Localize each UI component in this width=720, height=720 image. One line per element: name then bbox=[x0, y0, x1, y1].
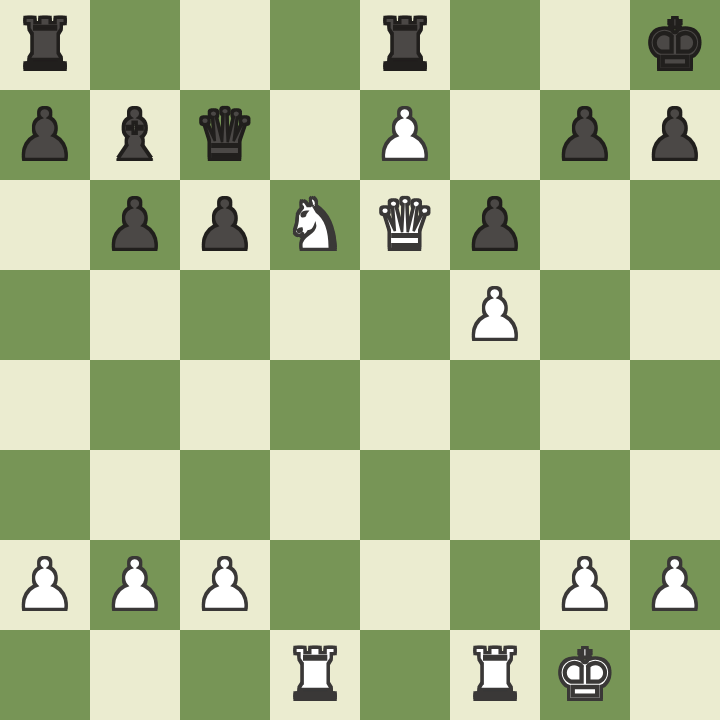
square-f8[interactable] bbox=[450, 0, 540, 90]
square-a1[interactable] bbox=[0, 630, 90, 720]
square-c1[interactable] bbox=[180, 630, 270, 720]
square-b3[interactable] bbox=[90, 450, 180, 540]
square-c3[interactable] bbox=[180, 450, 270, 540]
square-g6[interactable] bbox=[540, 180, 630, 270]
black-pawn[interactable]: ♟ bbox=[90, 180, 180, 270]
white-pawn[interactable]: ♟ bbox=[450, 270, 540, 360]
square-h2[interactable]: ♟ bbox=[630, 540, 720, 630]
white-pawn[interactable]: ♟ bbox=[630, 540, 720, 630]
black-rook[interactable]: ♜ bbox=[0, 0, 90, 90]
square-e7[interactable]: ♟ bbox=[360, 90, 450, 180]
square-d2[interactable] bbox=[270, 540, 360, 630]
square-b6[interactable]: ♟ bbox=[90, 180, 180, 270]
square-a2[interactable]: ♟ bbox=[0, 540, 90, 630]
black-pawn[interactable]: ♟ bbox=[180, 180, 270, 270]
white-pawn[interactable]: ♟ bbox=[540, 540, 630, 630]
square-d7[interactable] bbox=[270, 90, 360, 180]
square-h4[interactable] bbox=[630, 360, 720, 450]
square-d3[interactable] bbox=[270, 450, 360, 540]
square-g5[interactable] bbox=[540, 270, 630, 360]
white-king[interactable]: ♚ bbox=[540, 630, 630, 720]
black-queen[interactable]: ♛ bbox=[180, 90, 270, 180]
chess-board: ♜♜♚♟♝♛♟♟♟♟♟♞♛♟♟♟♟♟♟♟♜♜♚ bbox=[0, 0, 720, 720]
square-f5[interactable]: ♟ bbox=[450, 270, 540, 360]
white-queen[interactable]: ♛ bbox=[360, 180, 450, 270]
square-c8[interactable] bbox=[180, 0, 270, 90]
black-rook[interactable]: ♜ bbox=[360, 0, 450, 90]
black-pawn[interactable]: ♟ bbox=[630, 90, 720, 180]
square-g2[interactable]: ♟ bbox=[540, 540, 630, 630]
square-h5[interactable] bbox=[630, 270, 720, 360]
square-b8[interactable] bbox=[90, 0, 180, 90]
square-h7[interactable]: ♟ bbox=[630, 90, 720, 180]
black-pawn[interactable]: ♟ bbox=[0, 90, 90, 180]
square-a5[interactable] bbox=[0, 270, 90, 360]
square-a7[interactable]: ♟ bbox=[0, 90, 90, 180]
square-c5[interactable] bbox=[180, 270, 270, 360]
square-h8[interactable]: ♚ bbox=[630, 0, 720, 90]
square-g8[interactable] bbox=[540, 0, 630, 90]
square-h1[interactable] bbox=[630, 630, 720, 720]
square-e5[interactable] bbox=[360, 270, 450, 360]
square-b2[interactable]: ♟ bbox=[90, 540, 180, 630]
square-f7[interactable] bbox=[450, 90, 540, 180]
white-pawn[interactable]: ♟ bbox=[360, 90, 450, 180]
square-c4[interactable] bbox=[180, 360, 270, 450]
black-pawn[interactable]: ♟ bbox=[540, 90, 630, 180]
square-e1[interactable] bbox=[360, 630, 450, 720]
square-h6[interactable] bbox=[630, 180, 720, 270]
square-f3[interactable] bbox=[450, 450, 540, 540]
square-b1[interactable] bbox=[90, 630, 180, 720]
square-d6[interactable]: ♞ bbox=[270, 180, 360, 270]
white-rook[interactable]: ♜ bbox=[270, 630, 360, 720]
square-g4[interactable] bbox=[540, 360, 630, 450]
square-b4[interactable] bbox=[90, 360, 180, 450]
black-bishop[interactable]: ♝ bbox=[90, 90, 180, 180]
square-f4[interactable] bbox=[450, 360, 540, 450]
square-g1[interactable]: ♚ bbox=[540, 630, 630, 720]
black-king[interactable]: ♚ bbox=[630, 0, 720, 90]
white-rook[interactable]: ♜ bbox=[450, 630, 540, 720]
square-f6[interactable]: ♟ bbox=[450, 180, 540, 270]
square-g7[interactable]: ♟ bbox=[540, 90, 630, 180]
square-b7[interactable]: ♝ bbox=[90, 90, 180, 180]
black-pawn[interactable]: ♟ bbox=[450, 180, 540, 270]
square-a4[interactable] bbox=[0, 360, 90, 450]
square-f1[interactable]: ♜ bbox=[450, 630, 540, 720]
square-a3[interactable] bbox=[0, 450, 90, 540]
square-e4[interactable] bbox=[360, 360, 450, 450]
square-h3[interactable] bbox=[630, 450, 720, 540]
white-pawn[interactable]: ♟ bbox=[0, 540, 90, 630]
square-d1[interactable]: ♜ bbox=[270, 630, 360, 720]
square-e6[interactable]: ♛ bbox=[360, 180, 450, 270]
square-d8[interactable] bbox=[270, 0, 360, 90]
square-b5[interactable] bbox=[90, 270, 180, 360]
white-pawn[interactable]: ♟ bbox=[180, 540, 270, 630]
square-e2[interactable] bbox=[360, 540, 450, 630]
square-c2[interactable]: ♟ bbox=[180, 540, 270, 630]
white-knight[interactable]: ♞ bbox=[270, 180, 360, 270]
square-c7[interactable]: ♛ bbox=[180, 90, 270, 180]
square-g3[interactable] bbox=[540, 450, 630, 540]
square-d5[interactable] bbox=[270, 270, 360, 360]
square-c6[interactable]: ♟ bbox=[180, 180, 270, 270]
square-a6[interactable] bbox=[0, 180, 90, 270]
square-e8[interactable]: ♜ bbox=[360, 0, 450, 90]
square-f2[interactable] bbox=[450, 540, 540, 630]
square-e3[interactable] bbox=[360, 450, 450, 540]
white-pawn[interactable]: ♟ bbox=[90, 540, 180, 630]
square-d4[interactable] bbox=[270, 360, 360, 450]
square-a8[interactable]: ♜ bbox=[0, 0, 90, 90]
